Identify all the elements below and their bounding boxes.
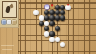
blue-marker-chip: [45, 5, 49, 9]
sidebar-panel: [0, 0, 19, 28]
avatar-sketch-highlight: [8, 3, 11, 5]
sidebar-button-white[interactable]: [7, 20, 11, 24]
black-stone: [49, 31, 54, 36]
wood-grain-streak: [1, 45, 14, 46]
white-stone: [49, 37, 54, 42]
game-window: [0, 0, 96, 54]
wood-grain-streak: [2, 49, 12, 50]
white-stone: [60, 42, 65, 47]
sidebar-button-row: [2, 20, 17, 25]
sidebar-button-tan[interactable]: [12, 20, 16, 24]
white-stone: [55, 37, 60, 42]
black-stone: [49, 15, 54, 20]
black-stone: [55, 26, 60, 31]
black-stone: [49, 21, 54, 26]
board[interactable]: [18, 0, 96, 54]
red-dot-marker-chip: [50, 5, 54, 9]
white-stone-last-move: [65, 5, 70, 10]
white-stone: [33, 10, 38, 15]
last-move-marker: [67, 4, 69, 6]
avatar: [2, 1, 17, 18]
black-stone: [60, 15, 65, 20]
red-dot: [51, 5, 53, 7]
sidebar-button-blue[interactable]: [2, 20, 6, 24]
